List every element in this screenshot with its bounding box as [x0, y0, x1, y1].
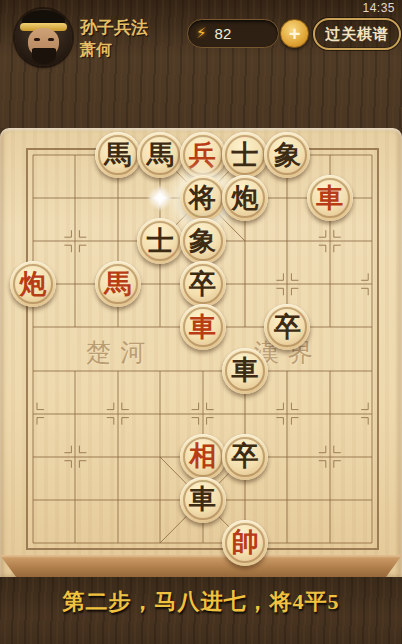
piece-black-advisor-f5r0[interactable]: 士: [222, 132, 268, 178]
piece-black-horse-f2r0[interactable]: 馬: [95, 132, 141, 178]
piece-black-chariot-f4r8[interactable]: 車: [180, 477, 226, 523]
piece-black-elephant-f4r2[interactable]: 象: [180, 218, 226, 264]
piece-red-horse-f2r3[interactable]: 馬: [95, 261, 141, 307]
energy-value: 82: [215, 25, 232, 42]
xiangqi-board: 楚河 漢界 馬馬兵士象将炮車士象炮馬卒車卒車相卒車帥: [0, 128, 402, 577]
piece-red-general-f5r9[interactable]: 帥: [222, 520, 268, 566]
piece-black-chariot-f5r5[interactable]: 車: [222, 348, 268, 394]
piece-black-cannon-f5r1[interactable]: 炮: [222, 175, 268, 221]
piece-red-chariot-f4r4[interactable]: 車: [180, 304, 226, 350]
caption-bar: 第二步，马八进七，将4平5: [0, 577, 402, 644]
top-bar: 14:35 孙子兵法 萧何 ⚡ 82 + 过关棋谱: [0, 0, 402, 128]
energy-pill: ⚡ 82: [187, 19, 279, 48]
piece-black-advisor-f3r2[interactable]: 士: [137, 218, 183, 264]
piece-red-soldier-f4r0[interactable]: 兵: [180, 132, 226, 178]
avatar-eyes: [34, 38, 54, 41]
app-screen: 14:35 孙子兵法 萧何 ⚡ 82 + 过关棋谱 楚河 漢界 馬馬兵士象将炮車…: [0, 0, 402, 644]
piece-red-chariot-f7r1[interactable]: 車: [307, 175, 353, 221]
piece-red-cannon-f0r3[interactable]: 炮: [10, 261, 56, 307]
piece-black-elephant-f6r0[interactable]: 象: [264, 132, 310, 178]
page-title: 孙子兵法: [80, 16, 148, 39]
avatar[interactable]: [15, 9, 72, 66]
move-caption: 第二步，马八进七，将4平5: [0, 577, 402, 617]
piece-black-general-f4r1[interactable]: 将: [180, 175, 226, 221]
lightning-icon: ⚡: [196, 26, 207, 41]
piece-red-elephant-f4r7[interactable]: 相: [180, 434, 226, 480]
add-energy-button[interactable]: +: [280, 19, 309, 48]
piece-black-soldier-f4r3[interactable]: 卒: [180, 261, 226, 307]
move-from-sparkle: [146, 184, 174, 212]
piece-black-soldier-f6r4[interactable]: 卒: [264, 304, 310, 350]
avatar-beard: [32, 48, 56, 64]
level-name: 萧何: [80, 40, 112, 61]
river-label-left: 楚河: [86, 336, 154, 369]
board-front-edge: [0, 555, 402, 577]
piece-black-soldier-f5r7[interactable]: 卒: [222, 434, 268, 480]
piece-black-horse-f3r0[interactable]: 馬: [137, 132, 183, 178]
puzzle-manual-button[interactable]: 过关棋谱: [313, 18, 401, 50]
status-time: 14:35: [362, 1, 395, 15]
